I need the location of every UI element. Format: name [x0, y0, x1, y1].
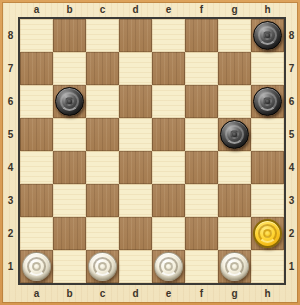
square-h8[interactable] — [251, 19, 284, 52]
square-b6[interactable] — [53, 85, 86, 118]
rank-label-1: 1 — [3, 250, 18, 283]
square-e1[interactable] — [152, 250, 185, 283]
board — [18, 17, 286, 285]
square-h3[interactable] — [251, 184, 284, 217]
square-d8[interactable] — [119, 19, 152, 52]
square-f6[interactable] — [185, 85, 218, 118]
square-a1[interactable] — [20, 250, 53, 283]
square-a4[interactable] — [20, 151, 53, 184]
square-h2[interactable] — [251, 217, 284, 250]
board-frame: abcdefgh 87654321 87654321 abcdefgh — [3, 3, 297, 302]
black-man-b6[interactable] — [55, 87, 84, 116]
square-g7[interactable] — [218, 52, 251, 85]
file-label-d: d — [119, 3, 152, 17]
file-label-h: h — [251, 285, 284, 302]
square-b4[interactable] — [53, 151, 86, 184]
file-label-a: a — [20, 285, 53, 302]
file-labels-bottom: abcdefgh — [20, 285, 284, 302]
rank-label-5: 5 — [286, 118, 297, 151]
square-h4[interactable] — [251, 151, 284, 184]
square-a5[interactable] — [20, 118, 53, 151]
white-man-e1[interactable] — [154, 252, 183, 281]
white-man-c1[interactable] — [88, 252, 117, 281]
square-b1[interactable] — [53, 250, 86, 283]
rank-labels-right: 87654321 — [286, 19, 297, 283]
square-f5[interactable] — [185, 118, 218, 151]
square-e5[interactable] — [152, 118, 185, 151]
rank-label-4: 4 — [286, 151, 297, 184]
square-e3[interactable] — [152, 184, 185, 217]
square-c8[interactable] — [86, 19, 119, 52]
square-g8[interactable] — [218, 19, 251, 52]
rank-labels-left: 87654321 — [3, 19, 18, 283]
file-label-h: h — [251, 3, 284, 17]
square-a7[interactable] — [20, 52, 53, 85]
white-man-g1[interactable] — [220, 252, 249, 281]
square-c3[interactable] — [86, 184, 119, 217]
square-g6[interactable] — [218, 85, 251, 118]
file-label-f: f — [185, 285, 218, 302]
square-a2[interactable] — [20, 217, 53, 250]
square-f1[interactable] — [185, 250, 218, 283]
rank-label-2: 2 — [3, 217, 18, 250]
black-man-h8[interactable] — [253, 21, 282, 50]
file-label-b: b — [53, 3, 86, 17]
file-label-c: c — [86, 285, 119, 302]
black-man-h6[interactable] — [253, 87, 282, 116]
rank-label-6: 6 — [3, 85, 18, 118]
rank-label-8: 8 — [3, 19, 18, 52]
square-f2[interactable] — [185, 217, 218, 250]
square-h1[interactable] — [251, 250, 284, 283]
square-c7[interactable] — [86, 52, 119, 85]
rank-label-8: 8 — [286, 19, 297, 52]
square-d1[interactable] — [119, 250, 152, 283]
square-c6[interactable] — [86, 85, 119, 118]
square-e2[interactable] — [152, 217, 185, 250]
square-e7[interactable] — [152, 52, 185, 85]
square-e8[interactable] — [152, 19, 185, 52]
file-label-f: f — [185, 3, 218, 17]
rank-label-7: 7 — [3, 52, 18, 85]
gold-man-h2[interactable] — [253, 219, 282, 248]
square-b8[interactable] — [53, 19, 86, 52]
square-f7[interactable] — [185, 52, 218, 85]
square-b5[interactable] — [53, 118, 86, 151]
file-label-g: g — [218, 3, 251, 17]
rank-label-3: 3 — [286, 184, 297, 217]
square-h5[interactable] — [251, 118, 284, 151]
square-a8[interactable] — [20, 19, 53, 52]
square-c4[interactable] — [86, 151, 119, 184]
rank-label-1: 1 — [286, 250, 297, 283]
file-label-c: c — [86, 3, 119, 17]
file-label-e: e — [152, 3, 185, 17]
rank-label-5: 5 — [3, 118, 18, 151]
square-e4[interactable] — [152, 151, 185, 184]
square-c5[interactable] — [86, 118, 119, 151]
square-a3[interactable] — [20, 184, 53, 217]
square-b3[interactable] — [53, 184, 86, 217]
square-a6[interactable] — [20, 85, 53, 118]
white-man-a1[interactable] — [22, 252, 51, 281]
square-c1[interactable] — [86, 250, 119, 283]
square-f3[interactable] — [185, 184, 218, 217]
square-d3[interactable] — [119, 184, 152, 217]
square-d2[interactable] — [119, 217, 152, 250]
file-label-e: e — [152, 285, 185, 302]
square-f8[interactable] — [185, 19, 218, 52]
square-b2[interactable] — [53, 217, 86, 250]
file-labels-top: abcdefgh — [20, 3, 284, 17]
checkers-app-window: abcdefgh 87654321 87654321 abcdefgh — [0, 0, 300, 305]
file-label-g: g — [218, 285, 251, 302]
file-label-d: d — [119, 285, 152, 302]
square-g1[interactable] — [218, 250, 251, 283]
rank-label-6: 6 — [286, 85, 297, 118]
square-c2[interactable] — [86, 217, 119, 250]
square-g5[interactable] — [218, 118, 251, 151]
board-grid — [20, 19, 284, 283]
square-h6[interactable] — [251, 85, 284, 118]
square-d5[interactable] — [119, 118, 152, 151]
square-g3[interactable] — [218, 184, 251, 217]
square-d4[interactable] — [119, 151, 152, 184]
square-h7[interactable] — [251, 52, 284, 85]
rank-label-2: 2 — [286, 217, 297, 250]
square-e6[interactable] — [152, 85, 185, 118]
square-d7[interactable] — [119, 52, 152, 85]
square-g4[interactable] — [218, 151, 251, 184]
square-b7[interactable] — [53, 52, 86, 85]
square-f4[interactable] — [185, 151, 218, 184]
file-label-b: b — [53, 285, 86, 302]
file-label-a: a — [20, 3, 53, 17]
rank-label-7: 7 — [286, 52, 297, 85]
rank-label-4: 4 — [3, 151, 18, 184]
rank-label-3: 3 — [3, 184, 18, 217]
square-g2[interactable] — [218, 217, 251, 250]
square-d6[interactable] — [119, 85, 152, 118]
black-man-g5[interactable] — [220, 120, 249, 149]
